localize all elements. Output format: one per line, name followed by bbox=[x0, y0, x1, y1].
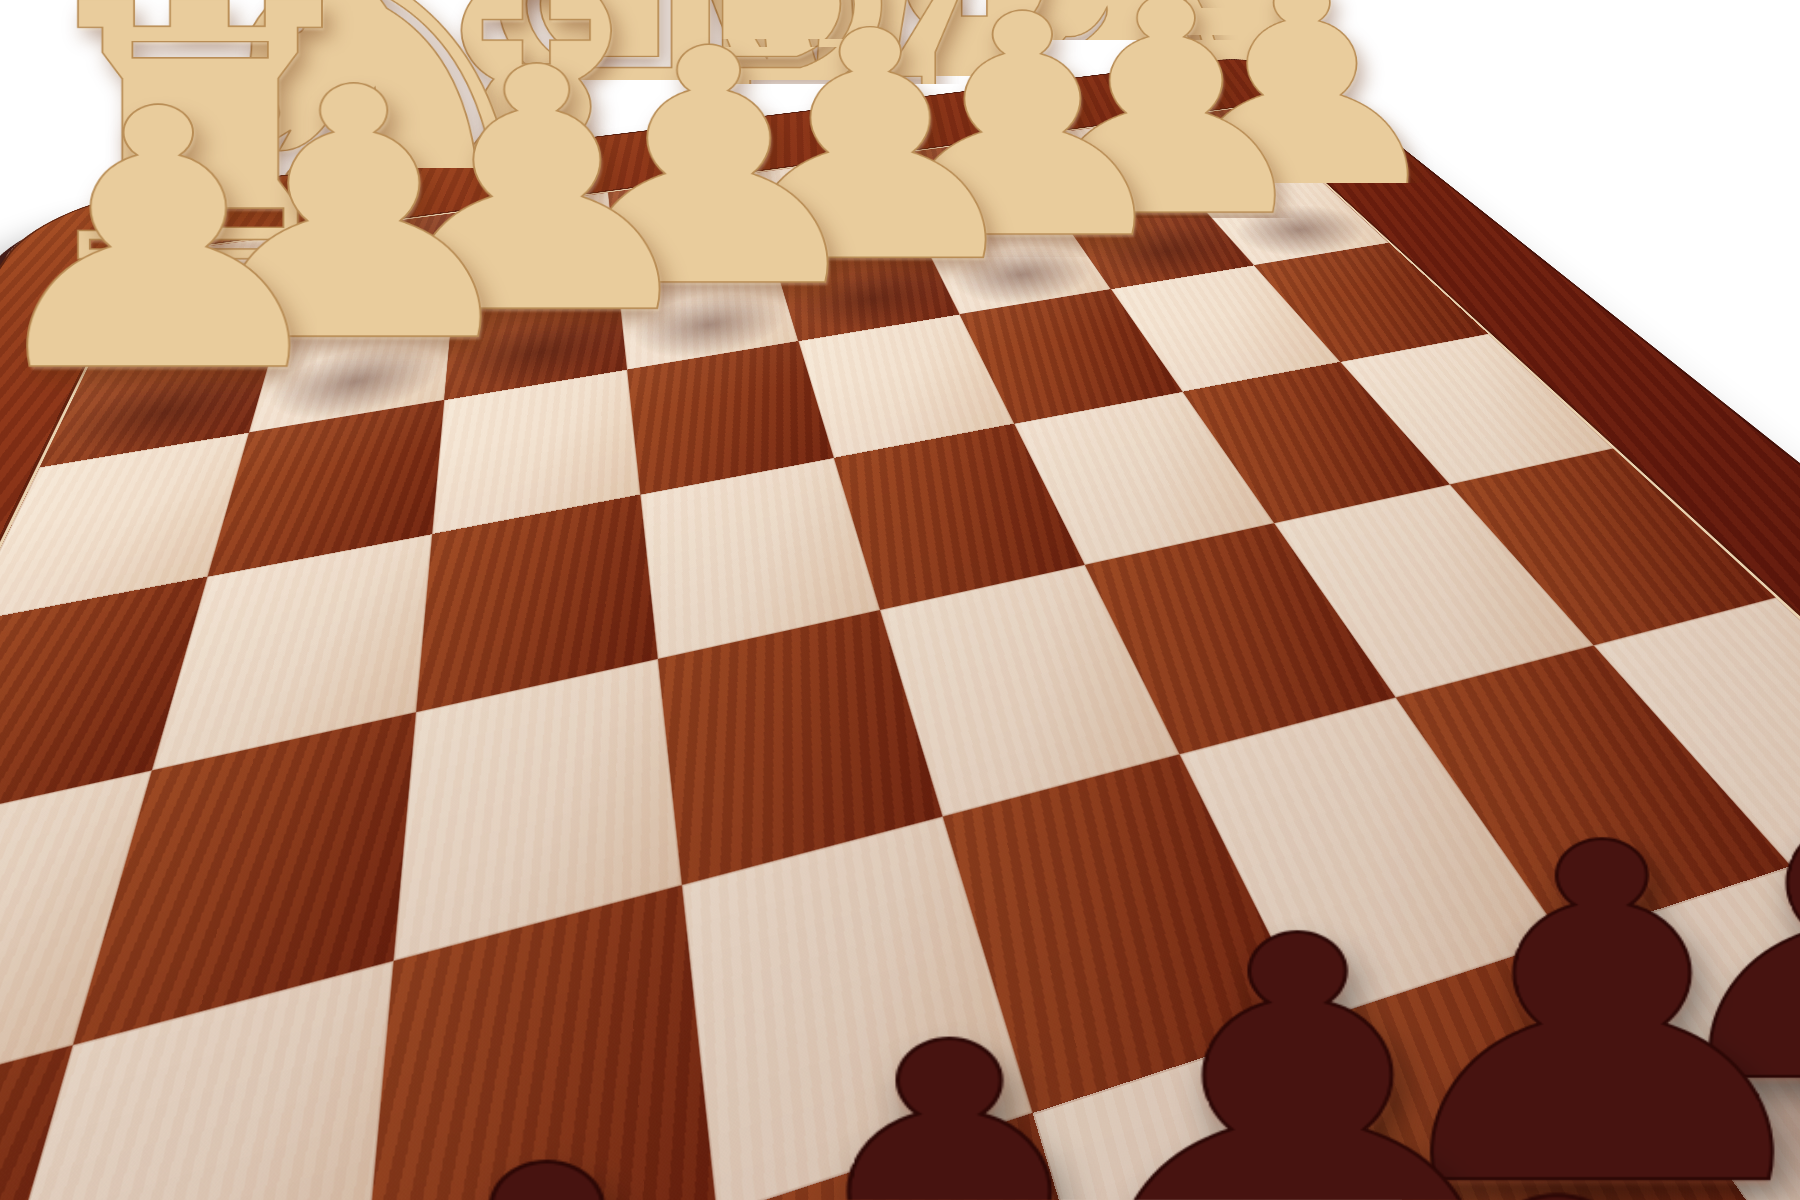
black-king[interactable]: ♚ bbox=[215, 1190, 1800, 1200]
photo-scene: ♜♞♝♚♛♝♞♜♟♟♟♟♟♟♟♟♟♟♟♟♟♟♟♟♜♞♝♚♛♝♞♜ bbox=[0, 0, 1800, 1200]
white-pawn[interactable]: ♟ bbox=[0, 66, 464, 417]
board-grid: ♜♞♝♚♛♝♞♜♟♟♟♟♟♟♟♟♟♟♟♟♟♟♟♟♜♞♝♚♛♝♞♜ bbox=[0, 108, 1800, 1200]
square-b5[interactable] bbox=[1274, 484, 1594, 697]
perspective-camera: ♜♞♝♚♛♝♞♜♟♟♟♟♟♟♟♟♟♟♟♟♟♟♟♟♜♞♝♚♛♝♞♜ bbox=[0, 0, 1800, 1200]
chess-board: ♜♞♝♚♛♝♞♜♟♟♟♟♟♟♟♟♟♟♟♟♟♟♟♟♜♞♝♚♛♝♞♜ bbox=[0, 52, 1800, 1200]
perspective-stretch: ♜♞♝♚♛♝♞♜♟♟♟♟♟♟♟♟♟♟♟♟♟♟♟♟♜♞♝♚♛♝♞♜ bbox=[0, 0, 1800, 1200]
